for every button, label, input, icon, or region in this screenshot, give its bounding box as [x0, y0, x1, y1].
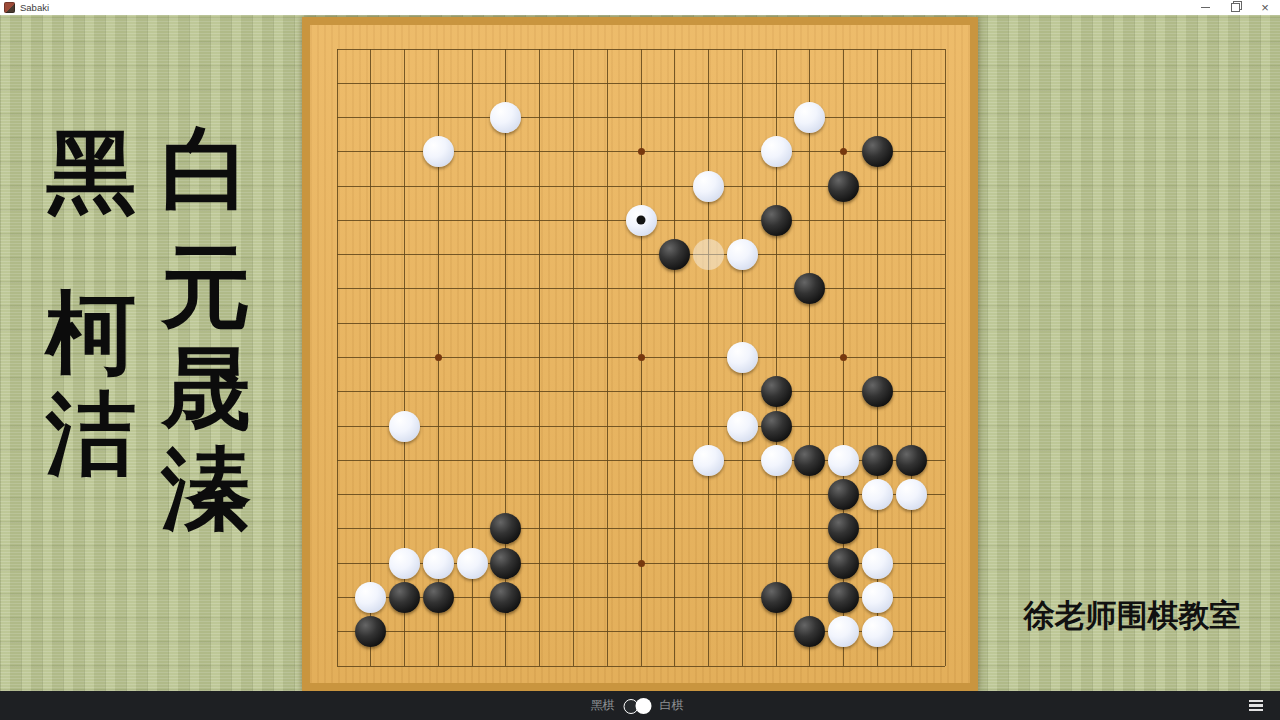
stone-black[interactable] [828, 582, 859, 613]
v-grid-line [945, 49, 946, 666]
stone-white[interactable] [727, 342, 758, 373]
stone-black[interactable] [490, 513, 521, 544]
stone-white[interactable] [355, 582, 386, 613]
stone-white[interactable] [457, 548, 488, 579]
white-turn-label: 白棋 [660, 697, 684, 714]
stone-white[interactable] [862, 582, 893, 613]
stone-black[interactable] [355, 616, 386, 647]
stone-white[interactable] [896, 479, 927, 510]
stone-black[interactable] [862, 445, 893, 476]
stone-black[interactable] [828, 479, 859, 510]
stone-white[interactable] [727, 239, 758, 270]
h-grid-line [337, 426, 945, 427]
stone-white[interactable] [828, 445, 859, 476]
stone-black[interactable] [659, 239, 690, 270]
h-grid-line [337, 666, 945, 667]
close-icon: × [1261, 1, 1269, 14]
title-bar: Sabaki × [0, 0, 1280, 15]
grid-layer [302, 17, 978, 691]
h-grid-line [337, 391, 945, 392]
v-grid-line [809, 49, 810, 666]
stone-white[interactable] [794, 102, 825, 133]
white-player-name: 元晟溱 [158, 237, 254, 540]
stone-white[interactable] [862, 616, 893, 647]
bottom-toolbar: 黑棋 白棋 [0, 691, 1280, 720]
stone-white[interactable] [693, 445, 724, 476]
stone-white[interactable] [626, 205, 657, 236]
minimize-button[interactable] [1190, 0, 1220, 15]
stone-white[interactable] [423, 136, 454, 167]
goban[interactable] [302, 17, 978, 691]
v-grid-line [708, 49, 709, 666]
star-point [840, 148, 847, 155]
stone-white[interactable] [490, 102, 521, 133]
stone-white[interactable] [828, 616, 859, 647]
white-stone-icon [636, 698, 652, 714]
star-point [638, 148, 645, 155]
star-point [638, 354, 645, 361]
sabaki-app-icon [4, 2, 15, 13]
player-toggle-group: 黑棋 白棋 [591, 691, 684, 720]
stone-white[interactable] [761, 445, 792, 476]
star-point [435, 354, 442, 361]
stone-white[interactable] [423, 548, 454, 579]
stone-black[interactable] [896, 445, 927, 476]
stone-black[interactable] [490, 582, 521, 613]
stone-black[interactable] [794, 445, 825, 476]
stone-white[interactable] [761, 136, 792, 167]
watermark-text: 徐老师围棋教室 [1014, 595, 1250, 637]
stone-black[interactable] [828, 548, 859, 579]
star-point [840, 354, 847, 361]
restore-icon [1231, 3, 1240, 12]
black-player-label: 黑 [43, 122, 139, 223]
stone-black[interactable] [761, 205, 792, 236]
menu-button[interactable] [1240, 691, 1272, 720]
stone-black[interactable] [862, 376, 893, 407]
stone-black[interactable] [862, 136, 893, 167]
stone-white[interactable] [389, 411, 420, 442]
stone-white[interactable] [727, 411, 758, 442]
black-player-name: 柯洁 [43, 283, 139, 485]
stone-white[interactable] [389, 548, 420, 579]
window-title: Sabaki [20, 1, 49, 14]
v-grid-line [674, 49, 675, 666]
stone-black[interactable] [828, 171, 859, 202]
white-player-label: 白 [158, 119, 254, 220]
stone-white[interactable] [693, 171, 724, 202]
stone-black[interactable] [423, 582, 454, 613]
restore-button[interactable] [1220, 0, 1250, 15]
stone-black[interactable] [761, 582, 792, 613]
close-button[interactable]: × [1250, 0, 1280, 15]
stone-black[interactable] [794, 273, 825, 304]
stone-black[interactable] [828, 513, 859, 544]
stone-black[interactable] [761, 376, 792, 407]
stone-black[interactable] [490, 548, 521, 579]
stone-black[interactable] [761, 411, 792, 442]
stone-black[interactable] [389, 582, 420, 613]
ghost-stone[interactable] [693, 239, 724, 270]
stone-white[interactable] [862, 548, 893, 579]
app-window: Sabaki × 黑 柯洁 白 元晟溱 徐老师围棋教室 黑棋 [0, 0, 1280, 720]
last-move-marker [637, 216, 646, 225]
star-point [638, 560, 645, 567]
minimize-icon [1201, 7, 1210, 8]
v-grid-line [911, 49, 912, 666]
stone-white[interactable] [862, 479, 893, 510]
player-turn-toggle[interactable] [624, 698, 651, 714]
black-turn-label: 黑棋 [591, 697, 615, 714]
window-controls: × [1190, 0, 1280, 15]
hamburger-icon [1249, 698, 1263, 714]
stone-black[interactable] [794, 616, 825, 647]
